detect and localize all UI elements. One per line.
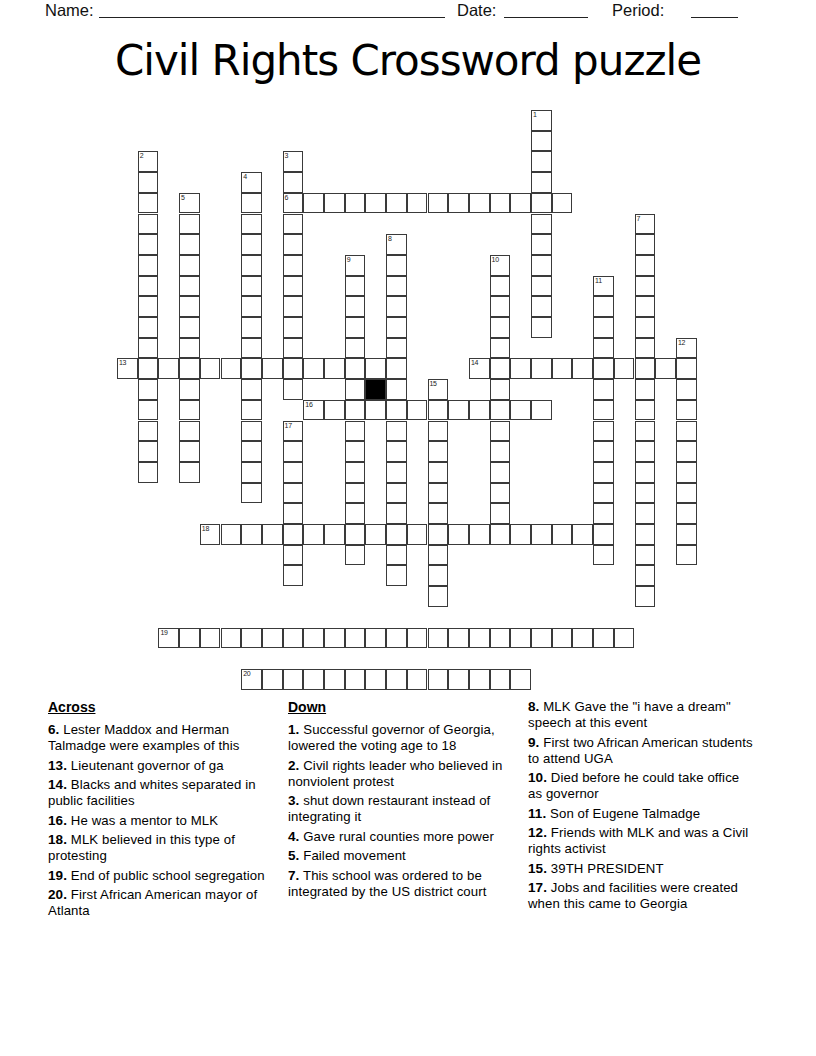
grid-cell-r10c6[interactable]	[241, 317, 262, 338]
grid-cell-r16c18[interactable]	[490, 441, 511, 462]
grid-cell-r20c21[interactable]	[552, 524, 573, 545]
grid-cell-r27c7[interactable]	[262, 669, 283, 690]
grid-cell-r15c18[interactable]	[490, 421, 511, 442]
grid-cell-r27c9[interactable]	[303, 669, 324, 690]
grid-cell-r14c19[interactable]	[510, 400, 531, 421]
grid-cell-r12c27[interactable]	[676, 358, 697, 379]
cell-number-7: 7	[637, 214, 641, 223]
grid-cell-r12c20[interactable]	[531, 358, 552, 379]
grid-cell-r27c14[interactable]	[407, 669, 428, 690]
grid-cell-r20c18[interactable]	[490, 524, 511, 545]
grid-cell-r4c13[interactable]	[386, 193, 407, 214]
grid-cell-r19c15[interactable]	[428, 503, 449, 524]
cell-number-2: 2	[140, 151, 144, 160]
clue-down-2: 2. Civil rights leader who believed in n…	[288, 758, 524, 790]
grid-cell-r27c10[interactable]	[324, 669, 345, 690]
grid-cell-r14c17[interactable]	[469, 400, 490, 421]
grid-cell-r4c9[interactable]	[303, 193, 324, 214]
grid-cell-r20c11[interactable]	[345, 524, 366, 545]
grid-cell-r15c13[interactable]	[386, 421, 407, 442]
grid-cell-r12c5[interactable]	[221, 358, 242, 379]
grid-cell-r12c11[interactable]	[345, 358, 366, 379]
grid-cell-r8c13[interactable]	[386, 276, 407, 297]
grid-cell-r6c20[interactable]	[531, 234, 552, 255]
grid-cell-r12c2[interactable]	[158, 358, 179, 379]
grid-cell-r7c11[interactable]: 9	[345, 255, 366, 276]
grid-cell-r20c4[interactable]: 18	[200, 524, 221, 545]
grid-cell-r20c9[interactable]	[303, 524, 324, 545]
grid-cell-r16c27[interactable]	[676, 441, 697, 462]
grid-cell-r25c19[interactable]	[510, 628, 531, 649]
grid-cell-r20c19[interactable]	[510, 524, 531, 545]
grid-cell-r25c10[interactable]	[324, 628, 345, 649]
grid-cell-r17c13[interactable]	[386, 462, 407, 483]
grid-cell-r16c23[interactable]	[593, 441, 614, 462]
grid-cell-r20c7[interactable]	[262, 524, 283, 545]
grid-cell-r16c1[interactable]	[138, 441, 159, 462]
grid-cell-r18c6[interactable]	[241, 483, 262, 504]
cell-number-13: 13	[119, 358, 126, 367]
grid-cell-r13c15[interactable]: 15	[428, 379, 449, 400]
grid-cell-r18c8[interactable]	[283, 483, 304, 504]
grid-cell-r12c19[interactable]	[510, 358, 531, 379]
grid-cell-r25c7[interactable]	[262, 628, 283, 649]
grid-cell-r8c23[interactable]: 11	[593, 276, 614, 297]
grid-cell-r11c25[interactable]	[635, 338, 656, 359]
down-clues-column-2: 8. MLK Gave the "i have a dream" speech …	[528, 699, 754, 916]
across-clues-column: Across 6. Lester Maddox and Herman Talma…	[48, 699, 282, 923]
grid-cell-r19c13[interactable]	[386, 503, 407, 524]
clue-across-13: 13. Lieutenant governor of ga	[48, 758, 282, 774]
grid-cell-r6c8[interactable]	[283, 234, 304, 255]
grid-cell-r19c11[interactable]	[345, 503, 366, 524]
grid-cell-r21c8[interactable]	[283, 545, 304, 566]
grid-cell-r12c17[interactable]: 14	[469, 358, 490, 379]
grid-cell-r14c1[interactable]	[138, 400, 159, 421]
grid-cell-r12c8[interactable]	[283, 358, 304, 379]
grid-cell-r11c13[interactable]	[386, 338, 407, 359]
grid-cell-r4c20[interactable]	[531, 193, 552, 214]
clue-across-6: 6. Lester Maddox and Herman Talmadge wer…	[48, 722, 282, 754]
grid-cell-r14c23[interactable]	[593, 400, 614, 421]
grid-cell-r8c25[interactable]	[635, 276, 656, 297]
grid-cell-r17c11[interactable]	[345, 462, 366, 483]
grid-cell-r14c16[interactable]	[448, 400, 469, 421]
cell-number-9: 9	[347, 255, 351, 264]
grid-cell-r3c8[interactable]	[283, 172, 304, 193]
grid-cell-r10c11[interactable]	[345, 317, 366, 338]
clue-down-9: 9. First two African American students t…	[528, 735, 754, 767]
grid-cell-r13c18[interactable]	[490, 379, 511, 400]
grid-cell-r22c25[interactable]	[635, 565, 656, 586]
grid-cell-r14c18[interactable]	[490, 400, 511, 421]
grid-cell-r15c3[interactable]	[179, 421, 200, 442]
grid-cell-r25c22[interactable]	[572, 628, 593, 649]
grid-cell-r6c25[interactable]	[635, 234, 656, 255]
grid-cell-r20c14[interactable]	[407, 524, 428, 545]
grid-cell-r25c23[interactable]	[593, 628, 614, 649]
grid-cell-r16c13[interactable]	[386, 441, 407, 462]
grid-cell-r16c15[interactable]	[428, 441, 449, 462]
grid-cell-r14c20[interactable]	[531, 400, 552, 421]
grid-cell-r12c6[interactable]	[241, 358, 262, 379]
grid-cell-r25c6[interactable]	[241, 628, 262, 649]
grid-cell-r19c18[interactable]	[490, 503, 511, 524]
grid-cell-r25c17[interactable]	[469, 628, 490, 649]
grid-cell-r7c20[interactable]	[531, 255, 552, 276]
grid-cell-r9c1[interactable]	[138, 296, 159, 317]
grid-cell-r13c3[interactable]	[179, 379, 200, 400]
grid-cell-r17c23[interactable]	[593, 462, 614, 483]
grid-cell-r11c3[interactable]	[179, 338, 200, 359]
grid-cell-r18c25[interactable]	[635, 483, 656, 504]
grid-cell-r13c11[interactable]	[345, 379, 366, 400]
grid-cell-r7c13[interactable]	[386, 255, 407, 276]
grid-cell-r4c11[interactable]	[345, 193, 366, 214]
grid-cell-r6c3[interactable]	[179, 234, 200, 255]
grid-cell-r13c27[interactable]	[676, 379, 697, 400]
black-cell	[365, 379, 386, 400]
grid-cell-r15c1[interactable]	[138, 421, 159, 442]
grid-cell-r10c20[interactable]	[531, 317, 552, 338]
grid-cell-r18c11[interactable]	[345, 483, 366, 504]
grid-cell-r20c27[interactable]	[676, 524, 697, 545]
grid-cell-r9c18[interactable]	[490, 296, 511, 317]
cell-number-8: 8	[388, 234, 392, 243]
grid-cell-r8c18[interactable]	[490, 276, 511, 297]
grid-cell-r27c8[interactable]	[283, 669, 304, 690]
grid-cell-r27c16[interactable]	[448, 669, 469, 690]
grid-cell-r14c10[interactable]	[324, 400, 345, 421]
grid-cell-r2c8[interactable]: 3	[283, 151, 304, 172]
grid-cell-r27c15[interactable]	[428, 669, 449, 690]
grid-cell-r12c13[interactable]	[386, 358, 407, 379]
grid-cell-r3c6[interactable]: 4	[241, 172, 262, 193]
grid-cell-r25c15[interactable]	[428, 628, 449, 649]
grid-cell-r7c1[interactable]	[138, 255, 159, 276]
period-field-line[interactable]	[691, 0, 738, 18]
grid-cell-r11c27[interactable]: 12	[676, 338, 697, 359]
grid-cell-r7c3[interactable]	[179, 255, 200, 276]
grid-cell-r10c23[interactable]	[593, 317, 614, 338]
grid-cell-r20c22[interactable]	[572, 524, 593, 545]
grid-cell-r11c6[interactable]	[241, 338, 262, 359]
grid-cell-r15c11[interactable]	[345, 421, 366, 442]
grid-cell-r25c4[interactable]	[200, 628, 221, 649]
grid-cell-r20c12[interactable]	[365, 524, 386, 545]
grid-cell-r12c0[interactable]: 13	[117, 358, 138, 379]
grid-cell-r9c20[interactable]	[531, 296, 552, 317]
grid-cell-r12c1[interactable]	[138, 358, 159, 379]
grid-cell-r20c8[interactable]	[283, 524, 304, 545]
grid-cell-r6c1[interactable]	[138, 234, 159, 255]
grid-cell-r5c8[interactable]	[283, 214, 304, 235]
grid-cell-r27c17[interactable]	[469, 669, 490, 690]
grid-cell-r12c12[interactable]	[365, 358, 386, 379]
name-label: Name:	[45, 1, 94, 20]
grid-cell-r3c20[interactable]	[531, 172, 552, 193]
grid-cell-r8c20[interactable]	[531, 276, 552, 297]
date-label: Date:	[457, 1, 496, 20]
grid-cell-r25c12[interactable]	[365, 628, 386, 649]
grid-cell-r9c23[interactable]	[593, 296, 614, 317]
grid-cell-r20c13[interactable]	[386, 524, 407, 545]
grid-cell-r12c7[interactable]	[262, 358, 283, 379]
grid-cell-r27c11[interactable]	[345, 669, 366, 690]
grid-cell-r14c15[interactable]	[428, 400, 449, 421]
grid-cell-r15c6[interactable]	[241, 421, 262, 442]
grid-cell-r25c13[interactable]	[386, 628, 407, 649]
grid-cell-r5c25[interactable]: 7	[635, 214, 656, 235]
cell-number-4: 4	[243, 172, 247, 181]
grid-cell-r25c2[interactable]: 19	[158, 628, 179, 649]
grid-cell-r14c11[interactable]	[345, 400, 366, 421]
cell-number-16: 16	[305, 400, 312, 409]
grid-cell-r27c12[interactable]	[365, 669, 386, 690]
grid-cell-r4c16[interactable]	[448, 193, 469, 214]
grid-cell-r9c8[interactable]	[283, 296, 304, 317]
grid-cell-r10c1[interactable]	[138, 317, 159, 338]
grid-cell-r5c6[interactable]	[241, 214, 262, 235]
clue-down-5: 5. Failed movement	[288, 848, 524, 864]
grid-cell-r10c18[interactable]	[490, 317, 511, 338]
grid-cell-r25c3[interactable]	[179, 628, 200, 649]
grid-cell-r20c6[interactable]	[241, 524, 262, 545]
grid-cell-r16c11[interactable]	[345, 441, 366, 462]
grid-cell-r14c3[interactable]	[179, 400, 200, 421]
grid-cell-r14c6[interactable]	[241, 400, 262, 421]
down-header: Down	[288, 699, 524, 716]
grid-cell-r8c11[interactable]	[345, 276, 366, 297]
grid-cell-r10c13[interactable]	[386, 317, 407, 338]
grid-cell-r7c8[interactable]	[283, 255, 304, 276]
grid-cell-r4c17[interactable]	[469, 193, 490, 214]
cell-number-1: 1	[533, 110, 537, 119]
grid-cell-r16c25[interactable]	[635, 441, 656, 462]
grid-cell-r21c13[interactable]	[386, 545, 407, 566]
grid-cell-r11c23[interactable]	[593, 338, 614, 359]
grid-cell-r20c20[interactable]	[531, 524, 552, 545]
grid-cell-r9c3[interactable]	[179, 296, 200, 317]
grid-cell-r13c23[interactable]	[593, 379, 614, 400]
clue-down-17: 17. Jobs and facilities were created whe…	[528, 880, 754, 912]
grid-cell-r17c3[interactable]	[179, 462, 200, 483]
grid-cell-r7c18[interactable]: 10	[490, 255, 511, 276]
grid-cell-r27c19[interactable]	[510, 669, 531, 690]
grid-cell-r0c20[interactable]: 1	[531, 110, 552, 131]
grid-cell-r25c16[interactable]	[448, 628, 469, 649]
grid-cell-r9c6[interactable]	[241, 296, 262, 317]
grid-cell-r15c15[interactable]	[428, 421, 449, 442]
grid-cell-r13c8[interactable]	[283, 379, 304, 400]
grid-cell-r12c10[interactable]	[324, 358, 345, 379]
grid-cell-r14c25[interactable]	[635, 400, 656, 421]
grid-cell-r17c8[interactable]	[283, 462, 304, 483]
grid-cell-r19c23[interactable]	[593, 503, 614, 524]
grid-cell-r3c1[interactable]	[138, 172, 159, 193]
grid-cell-r21c11[interactable]	[345, 545, 366, 566]
grid-cell-r21c23[interactable]	[593, 545, 614, 566]
grid-cell-r8c6[interactable]	[241, 276, 262, 297]
grid-cell-r23c25[interactable]	[635, 586, 656, 607]
grid-cell-r25c9[interactable]	[303, 628, 324, 649]
grid-cell-r2c20[interactable]	[531, 151, 552, 172]
grid-cell-r25c21[interactable]	[552, 628, 573, 649]
grid-cell-r16c3[interactable]	[179, 441, 200, 462]
grid-cell-r1c20[interactable]	[531, 131, 552, 152]
grid-cell-r18c13[interactable]	[386, 483, 407, 504]
grid-cell-r12c23[interactable]	[593, 358, 614, 379]
grid-cell-r18c18[interactable]	[490, 483, 511, 504]
grid-cell-r12c22[interactable]	[572, 358, 593, 379]
grid-cell-r6c6[interactable]	[241, 234, 262, 255]
cell-number-17: 17	[285, 421, 292, 430]
grid-cell-r17c25[interactable]	[635, 462, 656, 483]
grid-cell-r4c8[interactable]: 6	[283, 193, 304, 214]
grid-cell-r7c6[interactable]	[241, 255, 262, 276]
grid-cell-r25c8[interactable]	[283, 628, 304, 649]
grid-cell-r27c18[interactable]	[490, 669, 511, 690]
grid-cell-r22c8[interactable]	[283, 565, 304, 586]
grid-cell-r20c23[interactable]	[593, 524, 614, 545]
grid-cell-r25c11[interactable]	[345, 628, 366, 649]
grid-cell-r14c27[interactable]	[676, 400, 697, 421]
grid-cell-r21c27[interactable]	[676, 545, 697, 566]
grid-cell-r9c13[interactable]	[386, 296, 407, 317]
grid-cell-r14c13[interactable]	[386, 400, 407, 421]
grid-cell-r14c14[interactable]	[407, 400, 428, 421]
grid-cell-r19c27[interactable]	[676, 503, 697, 524]
grid-cell-r12c26[interactable]	[655, 358, 676, 379]
grid-cell-r27c6[interactable]: 20	[241, 669, 262, 690]
grid-cell-r15c8[interactable]: 17	[283, 421, 304, 442]
grid-cell-r10c3[interactable]	[179, 317, 200, 338]
grid-cell-r12c18[interactable]	[490, 358, 511, 379]
grid-cell-r20c17[interactable]	[469, 524, 490, 545]
grid-cell-r23c15[interactable]	[428, 586, 449, 607]
grid-cell-r20c15[interactable]	[428, 524, 449, 545]
grid-cell-r4c19[interactable]	[510, 193, 531, 214]
date-field-line[interactable]	[504, 0, 588, 18]
clue-down-8: 8. MLK Gave the "i have a dream" speech …	[528, 699, 754, 731]
grid-cell-r15c27[interactable]	[676, 421, 697, 442]
grid-cell-r4c21[interactable]	[552, 193, 573, 214]
grid-cell-r5c3[interactable]	[179, 214, 200, 235]
cell-number-5: 5	[181, 193, 185, 202]
grid-cell-r20c16[interactable]	[448, 524, 469, 545]
clue-down-7: 7. This school was ordered to be integra…	[288, 868, 524, 900]
grid-cell-r4c18[interactable]	[490, 193, 511, 214]
cell-number-19: 19	[160, 628, 167, 637]
grid-cell-r11c1[interactable]	[138, 338, 159, 359]
grid-cell-r12c24[interactable]	[614, 358, 635, 379]
grid-cell-r13c1[interactable]	[138, 379, 159, 400]
grid-cell-r13c25[interactable]	[635, 379, 656, 400]
grid-cell-r21c15[interactable]	[428, 545, 449, 566]
grid-cell-r20c10[interactable]	[324, 524, 345, 545]
grid-cell-r11c11[interactable]	[345, 338, 366, 359]
grid-cell-r9c25[interactable]	[635, 296, 656, 317]
grid-cell-r10c8[interactable]	[283, 317, 304, 338]
clue-across-16: 16. He was a mentor to MLK	[48, 813, 282, 829]
down-clue-list-2: 8. MLK Gave the "i have a dream" speech …	[528, 699, 754, 912]
grid-cell-r19c8[interactable]	[283, 503, 304, 524]
grid-cell-r17c27[interactable]	[676, 462, 697, 483]
grid-cell-r8c8[interactable]	[283, 276, 304, 297]
grid-cell-r4c6[interactable]	[241, 193, 262, 214]
grid-cell-r17c6[interactable]	[241, 462, 262, 483]
grid-cell-r25c18[interactable]	[490, 628, 511, 649]
grid-cell-r15c23[interactable]	[593, 421, 614, 442]
grid-cell-r17c1[interactable]	[138, 462, 159, 483]
grid-cell-r20c25[interactable]	[635, 524, 656, 545]
grid-cell-r12c3[interactable]	[179, 358, 200, 379]
grid-cell-r12c25[interactable]	[635, 358, 656, 379]
period-label: Period:	[612, 1, 664, 20]
clue-down-1: 1. Successful governor of Georgia, lower…	[288, 722, 524, 754]
grid-cell-r8c3[interactable]	[179, 276, 200, 297]
grid-cell-r25c14[interactable]	[407, 628, 428, 649]
cell-number-20: 20	[243, 669, 250, 678]
grid-cell-r4c14[interactable]	[407, 193, 428, 214]
grid-cell-r16c6[interactable]	[241, 441, 262, 462]
grid-cell-r22c15[interactable]	[428, 565, 449, 586]
grid-cell-r4c10[interactable]	[324, 193, 345, 214]
grid-cell-r10c25[interactable]	[635, 317, 656, 338]
grid-cell-r12c4[interactable]	[200, 358, 221, 379]
grid-cell-r16c8[interactable]	[283, 441, 304, 462]
grid-cell-r9c11[interactable]	[345, 296, 366, 317]
grid-cell-r7c25[interactable]	[635, 255, 656, 276]
grid-cell-r20c5[interactable]	[221, 524, 242, 545]
grid-cell-r4c15[interactable]	[428, 193, 449, 214]
grid-cell-r18c15[interactable]	[428, 483, 449, 504]
clue-down-12: 12. Friends with MLK and was a Civil rig…	[528, 825, 754, 857]
grid-cell-r18c23[interactable]	[593, 483, 614, 504]
grid-cell-r14c12[interactable]	[365, 400, 386, 421]
cell-number-3: 3	[285, 151, 289, 160]
grid-cell-r21c25[interactable]	[635, 545, 656, 566]
grid-cell-r17c15[interactable]	[428, 462, 449, 483]
grid-cell-r11c18[interactable]	[490, 338, 511, 359]
grid-cell-r6c13[interactable]: 8	[386, 234, 407, 255]
grid-cell-r19c25[interactable]	[635, 503, 656, 524]
grid-cell-r22c13[interactable]	[386, 565, 407, 586]
grid-cell-r25c24[interactable]	[614, 628, 635, 649]
grid-cell-r18c27[interactable]	[676, 483, 697, 504]
name-field-line[interactable]	[99, 0, 445, 18]
grid-cell-r12c21[interactable]	[552, 358, 573, 379]
grid-cell-r13c6[interactable]	[241, 379, 262, 400]
grid-cell-r5c1[interactable]	[138, 214, 159, 235]
grid-cell-r17c18[interactable]	[490, 462, 511, 483]
grid-cell-r11c8[interactable]	[283, 338, 304, 359]
grid-cell-r13c13[interactable]	[386, 379, 407, 400]
grid-cell-r25c20[interactable]	[531, 628, 552, 649]
grid-cell-r15c25[interactable]	[635, 421, 656, 442]
grid-cell-r4c12[interactable]	[365, 193, 386, 214]
grid-cell-r12c9[interactable]	[303, 358, 324, 379]
grid-cell-r8c1[interactable]	[138, 276, 159, 297]
grid-cell-r27c13[interactable]	[386, 669, 407, 690]
grid-cell-r5c20[interactable]	[531, 214, 552, 235]
grid-cell-r14c9[interactable]: 16	[303, 400, 324, 421]
grid-cell-r4c1[interactable]	[138, 193, 159, 214]
cell-number-6: 6	[285, 193, 289, 202]
grid-cell-r25c5[interactable]	[221, 628, 242, 649]
grid-cell-r4c3[interactable]: 5	[179, 193, 200, 214]
grid-cell-r2c1[interactable]: 2	[138, 151, 159, 172]
